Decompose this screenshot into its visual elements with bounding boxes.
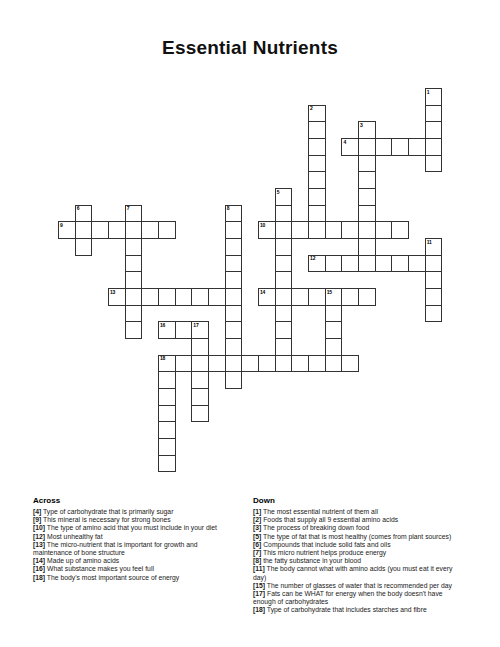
grid-cell[interactable]	[75, 221, 93, 239]
grid-cell[interactable]	[325, 221, 343, 239]
grid-cell[interactable]	[125, 238, 143, 256]
grid-cell[interactable]	[325, 355, 343, 373]
grid-cell[interactable]	[408, 138, 426, 156]
grid-cell[interactable]	[275, 305, 293, 323]
across-clues: Across [4] Type of carbohydrate that is …	[33, 496, 240, 582]
down-clues: Down [1] The most essential nutrient of …	[253, 496, 481, 615]
grid-cell[interactable]	[158, 405, 176, 423]
grid-cell[interactable]	[375, 221, 393, 239]
clue-number: [4]	[33, 508, 41, 515]
grid-cell[interactable]	[291, 355, 309, 373]
grid-cell[interactable]	[358, 171, 376, 189]
clue-number: [17]	[253, 590, 265, 597]
grid-cell[interactable]	[225, 288, 243, 306]
grid-cell[interactable]	[341, 221, 359, 239]
grid-cell[interactable]: 13	[108, 288, 126, 306]
cell-number: 7	[127, 206, 130, 211]
cell-number: 12	[310, 256, 315, 261]
grid-cell[interactable]	[391, 138, 409, 156]
grid-cell[interactable]	[358, 238, 376, 256]
grid-cell[interactable]	[358, 188, 376, 206]
grid-cell[interactable]	[358, 288, 376, 306]
grid-cell[interactable]	[358, 155, 376, 173]
clue: [16] What substance makes you feel full	[33, 565, 240, 573]
clue-number: [12]	[33, 533, 45, 540]
clue: [7] This micro nutrient helps produce en…	[253, 549, 481, 557]
clue: [17] Fats can be WHAT for energy when th…	[253, 590, 481, 606]
grid-cell[interactable]	[191, 338, 209, 356]
across-clue-list: [4] Type of carbohydrate that is primari…	[33, 508, 240, 582]
grid-cell[interactable]	[208, 288, 226, 306]
grid-cell[interactable]	[141, 288, 159, 306]
cell-number: 3	[360, 123, 363, 128]
grid-cell[interactable]	[125, 255, 143, 273]
grid-cell[interactable]	[308, 155, 326, 173]
grid-cell[interactable]	[391, 255, 409, 273]
grid-cell[interactable]	[375, 138, 393, 156]
grid-cell[interactable]	[425, 255, 443, 273]
clue: [10] The type of amino acid that you mus…	[33, 524, 240, 532]
cell-number: 17	[193, 323, 198, 328]
grid-cell[interactable]	[175, 355, 193, 373]
clue-number: [9]	[33, 516, 41, 523]
grid-cell[interactable]	[325, 255, 343, 273]
clue: [13] The micro-nutrient that is importan…	[33, 541, 240, 557]
clue: [5] The type of fat that is most healthy…	[253, 533, 481, 541]
clue-number: [18]	[33, 574, 45, 581]
grid-cell[interactable]	[158, 221, 176, 239]
grid-cell[interactable]	[275, 255, 293, 273]
grid-cell[interactable]: 11	[425, 238, 443, 256]
grid-cell[interactable]	[125, 321, 143, 339]
grid-cell[interactable]	[175, 288, 193, 306]
grid-cell[interactable]	[308, 171, 326, 189]
grid-cell[interactable]: 5	[275, 188, 293, 206]
clue-number: [16]	[33, 565, 45, 572]
grid-cell[interactable]	[358, 138, 376, 156]
clue: [4] Type of carbohydrate that is primari…	[33, 508, 240, 516]
grid-cell[interactable]	[225, 271, 243, 289]
grid-cell[interactable]	[125, 305, 143, 323]
grid-cell[interactable]	[375, 255, 393, 273]
down-header: Down	[253, 496, 481, 505]
grid-cell[interactable]	[125, 221, 143, 239]
grid-cell[interactable]	[341, 255, 359, 273]
grid-cell[interactable]	[325, 321, 343, 339]
cell-number: 10	[260, 223, 265, 228]
grid-cell[interactable]	[308, 221, 326, 239]
grid-cell[interactable]	[208, 355, 226, 373]
grid-cell[interactable]	[225, 305, 243, 323]
crossword-grid: 123456789101112131415161718	[58, 88, 443, 473]
page: Essential Nutrients 12345678910111213141…	[0, 0, 500, 647]
grid-cell[interactable]	[225, 255, 243, 273]
clue: [12] Most unhealthy fat	[33, 533, 240, 541]
grid-cell[interactable]	[358, 221, 376, 239]
cell-number: 11	[427, 240, 432, 245]
grid-cell[interactable]	[275, 355, 293, 373]
cell-number: 9	[60, 223, 63, 228]
grid-cell[interactable]	[275, 288, 293, 306]
grid-cell[interactable]	[358, 205, 376, 223]
grid-cell[interactable]	[425, 105, 443, 123]
cell-number: 15	[327, 290, 332, 295]
grid-cell[interactable]	[275, 221, 293, 239]
clue-number: [3]	[253, 524, 261, 531]
clue-number: [18]	[253, 606, 265, 613]
grid-cell[interactable]: 9	[58, 221, 76, 239]
grid-cell[interactable]	[158, 455, 176, 473]
grid-cell[interactable]	[308, 121, 326, 139]
grid-cell[interactable]	[308, 355, 326, 373]
clue: [14] Made up of amino acids	[33, 557, 240, 565]
clue: [6] Compounds that include solid fats an…	[253, 541, 481, 549]
grid-cell[interactable]	[158, 388, 176, 406]
grid-cell[interactable]	[175, 321, 193, 339]
grid-cell[interactable]	[275, 271, 293, 289]
grid-cell[interactable]	[191, 405, 209, 423]
grid-cell[interactable]: 4	[341, 138, 359, 156]
grid-cell[interactable]	[225, 338, 243, 356]
grid-cell[interactable]: 17	[191, 321, 209, 339]
grid-cell[interactable]	[408, 255, 426, 273]
clue: [2] Foods that supply all 9 essential am…	[253, 516, 481, 524]
grid-cell[interactable]	[158, 288, 176, 306]
grid-cell[interactable]	[425, 305, 443, 323]
grid-cell[interactable]	[225, 221, 243, 239]
grid-cell[interactable]	[141, 221, 159, 239]
clue: [1] The most essential nutrient of them …	[253, 508, 481, 516]
clue-number: [15]	[253, 582, 265, 589]
clue: [18] Type of carbohydrate that includes …	[253, 606, 481, 614]
grid-cell[interactable]	[358, 255, 376, 273]
clue-number: [14]	[33, 557, 45, 564]
grid-cell[interactable]	[191, 388, 209, 406]
grid-cell[interactable]	[158, 421, 176, 439]
cell-number: 2	[310, 106, 313, 111]
puzzle-title: Essential Nutrients	[0, 37, 500, 59]
grid-cell[interactable]	[341, 355, 359, 373]
clue-number: [1]	[253, 508, 261, 515]
grid-cell[interactable]	[308, 138, 326, 156]
grid-cell[interactable]	[158, 371, 176, 389]
grid-cell[interactable]: 12	[308, 255, 326, 273]
cell-number: 18	[160, 356, 165, 361]
grid-cell[interactable]	[308, 205, 326, 223]
grid-cell[interactable]	[275, 238, 293, 256]
grid-cell[interactable]: 6	[75, 205, 93, 223]
grid-cell[interactable]: 15	[325, 288, 343, 306]
grid-cell[interactable]	[308, 188, 326, 206]
grid-cell[interactable]: 14	[258, 288, 276, 306]
grid-cell[interactable]	[325, 305, 343, 323]
clue-number: [13]	[33, 541, 45, 548]
grid-cell[interactable]: 3	[358, 121, 376, 139]
cell-number: 8	[227, 206, 230, 211]
grid-cell[interactable]	[308, 288, 326, 306]
clue: [8] the fatty substance in your blood	[253, 557, 481, 565]
clue-number: [5]	[253, 533, 261, 540]
grid-cell[interactable]	[425, 288, 443, 306]
grid-cell[interactable]: 18	[158, 355, 176, 373]
clue-number: [11]	[253, 565, 265, 572]
clue-number: [6]	[253, 541, 261, 548]
across-header: Across	[33, 496, 240, 505]
grid-cell[interactable]	[225, 321, 243, 339]
grid-cell[interactable]	[125, 288, 143, 306]
clue: [3] The process of breaking down food	[253, 524, 481, 532]
cell-number: 4	[343, 140, 346, 145]
grid-cell[interactable]	[425, 155, 443, 173]
grid-cell[interactable]	[275, 205, 293, 223]
cell-number: 13	[110, 290, 115, 295]
grid-cell[interactable]	[225, 238, 243, 256]
grid-cell[interactable]	[125, 271, 143, 289]
cell-number: 5	[277, 190, 280, 195]
cell-number: 14	[260, 290, 265, 295]
grid-cell[interactable]	[158, 438, 176, 456]
clue: [11] The body cannot what with amino aci…	[253, 565, 481, 581]
down-clue-list: [1] The most essential nutrient of them …	[253, 508, 481, 615]
cell-number: 16	[160, 323, 165, 328]
grid-cell[interactable]	[275, 338, 293, 356]
clue-number: [10]	[33, 524, 45, 531]
grid-cell[interactable]	[191, 371, 209, 389]
grid-cell[interactable]	[191, 288, 209, 306]
grid-cell[interactable]	[225, 355, 243, 373]
grid-cell[interactable]: 2	[308, 105, 326, 123]
grid-cell[interactable]	[325, 338, 343, 356]
grid-cell[interactable]: 7	[125, 205, 143, 223]
grid-cell[interactable]	[241, 355, 259, 373]
grid-cell[interactable]: 1	[425, 88, 443, 106]
clue-number: [7]	[253, 549, 261, 556]
grid-cell[interactable]	[75, 238, 93, 256]
grid-cell[interactable]	[425, 138, 443, 156]
grid-cell[interactable]	[425, 121, 443, 139]
grid-cell[interactable]: 10	[258, 221, 276, 239]
grid-cell[interactable]	[258, 355, 276, 373]
grid-cell[interactable]	[341, 288, 359, 306]
clue: [9] This mineral is necessary for strong…	[33, 516, 240, 524]
grid-cell[interactable]	[291, 221, 309, 239]
grid-cell[interactable]	[225, 371, 243, 389]
grid-cell[interactable]	[275, 321, 293, 339]
grid-cell[interactable]	[108, 221, 126, 239]
cell-number: 6	[77, 206, 80, 211]
clue-number: [2]	[253, 516, 261, 523]
clue: [15] The number of glasses of water that…	[253, 582, 481, 590]
grid-cell[interactable]: 16	[158, 321, 176, 339]
clue-number: [8]	[253, 557, 261, 564]
grid-cell[interactable]	[291, 288, 309, 306]
grid-cell[interactable]	[391, 221, 409, 239]
grid-cell[interactable]	[425, 271, 443, 289]
grid-cell[interactable]	[91, 221, 109, 239]
cell-number: 1	[427, 90, 430, 95]
grid-cell[interactable]	[191, 355, 209, 373]
grid-cell[interactable]: 8	[225, 205, 243, 223]
clue: [18] The body's most important source of…	[33, 574, 240, 582]
